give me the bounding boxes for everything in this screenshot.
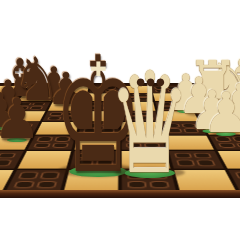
chess-set-photo: ♝♟♝♞♟♞♜♟♟♟♟♟♟♟♟♚♛✚● ● ● — [0, 0, 240, 240]
rosette-carving — [0, 153, 17, 166]
rosette-carving — [234, 172, 240, 189]
rosette-carving — [12, 172, 59, 189]
